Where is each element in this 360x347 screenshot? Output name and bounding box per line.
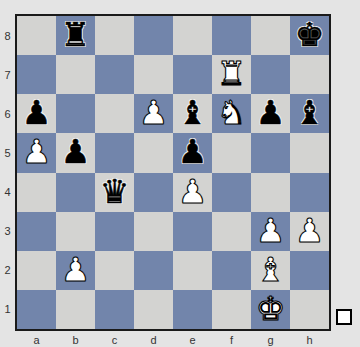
file-labels: abcdefgh <box>17 332 329 347</box>
file-label-e: e <box>173 332 212 347</box>
white-pawn-d6[interactable]: ♟ <box>139 96 169 129</box>
square-f4[interactable] <box>212 173 251 212</box>
file-label-g: g <box>251 332 290 347</box>
square-b2[interactable]: ♟ <box>56 251 95 290</box>
rank-labels: 87654321 <box>0 16 15 329</box>
square-f5[interactable] <box>212 133 251 172</box>
chess-board: ♜♚♜♟♟♝♞♟♝♟♟♟♛♟♟♟♟♝♚ <box>15 14 331 331</box>
white-pawn-h3[interactable]: ♟ <box>295 214 325 247</box>
square-h5[interactable] <box>290 133 329 172</box>
file-label-h: h <box>290 332 329 347</box>
black-pawn-e5[interactable]: ♟ <box>178 135 208 168</box>
square-g1[interactable]: ♚ <box>251 290 290 329</box>
white-pawn-e4[interactable]: ♟ <box>178 175 208 208</box>
square-a6[interactable]: ♟ <box>17 94 56 133</box>
square-b5[interactable]: ♟ <box>56 133 95 172</box>
rank-label-3: 3 <box>0 212 15 251</box>
file-label-f: f <box>212 332 251 347</box>
side-to-move-indicator <box>336 309 352 325</box>
square-b1[interactable] <box>56 290 95 329</box>
square-d8[interactable] <box>134 16 173 55</box>
square-e5[interactable]: ♟ <box>173 133 212 172</box>
square-b6[interactable] <box>56 94 95 133</box>
square-h4[interactable] <box>290 173 329 212</box>
white-bishop-g2[interactable]: ♝ <box>256 253 286 286</box>
black-queen-c4[interactable]: ♛ <box>100 175 130 208</box>
white-pawn-a5[interactable]: ♟ <box>22 135 52 168</box>
square-a1[interactable] <box>17 290 56 329</box>
square-h1[interactable] <box>290 290 329 329</box>
square-b8[interactable]: ♜ <box>56 16 95 55</box>
square-a2[interactable] <box>17 251 56 290</box>
rank-label-8: 8 <box>0 16 15 55</box>
square-c4[interactable]: ♛ <box>95 173 134 212</box>
rank-label-5: 5 <box>0 133 15 172</box>
file-label-d: d <box>134 332 173 347</box>
square-d2[interactable] <box>134 251 173 290</box>
square-d1[interactable] <box>134 290 173 329</box>
square-c8[interactable] <box>95 16 134 55</box>
black-rook-b8[interactable]: ♜ <box>61 18 91 51</box>
black-pawn-g6[interactable]: ♟ <box>256 96 286 129</box>
square-c2[interactable] <box>95 251 134 290</box>
black-pawn-a6[interactable]: ♟ <box>22 96 52 129</box>
square-e8[interactable] <box>173 16 212 55</box>
rank-label-7: 7 <box>0 55 15 94</box>
square-f1[interactable] <box>212 290 251 329</box>
square-c1[interactable] <box>95 290 134 329</box>
square-d6[interactable]: ♟ <box>134 94 173 133</box>
square-e3[interactable] <box>173 212 212 251</box>
square-g5[interactable] <box>251 133 290 172</box>
square-d7[interactable] <box>134 55 173 94</box>
white-king-g1[interactable]: ♚ <box>256 292 286 325</box>
square-h8[interactable]: ♚ <box>290 16 329 55</box>
square-f8[interactable] <box>212 16 251 55</box>
square-g8[interactable] <box>251 16 290 55</box>
square-c3[interactable] <box>95 212 134 251</box>
file-label-b: b <box>56 332 95 347</box>
white-knight-f6[interactable]: ♞ <box>217 96 247 129</box>
rank-label-2: 2 <box>0 251 15 290</box>
black-bishop-e6[interactable]: ♝ <box>178 96 208 129</box>
rank-label-6: 6 <box>0 94 15 133</box>
square-f3[interactable] <box>212 212 251 251</box>
black-bishop-h6[interactable]: ♝ <box>295 96 325 129</box>
square-g6[interactable]: ♟ <box>251 94 290 133</box>
square-b4[interactable] <box>56 173 95 212</box>
square-g2[interactable]: ♝ <box>251 251 290 290</box>
square-a7[interactable] <box>17 55 56 94</box>
rank-label-4: 4 <box>0 173 15 212</box>
square-f6[interactable]: ♞ <box>212 94 251 133</box>
square-e2[interactable] <box>173 251 212 290</box>
square-e7[interactable] <box>173 55 212 94</box>
file-label-a: a <box>17 332 56 347</box>
square-e4[interactable]: ♟ <box>173 173 212 212</box>
square-f7[interactable]: ♜ <box>212 55 251 94</box>
square-g7[interactable] <box>251 55 290 94</box>
square-f2[interactable] <box>212 251 251 290</box>
square-e1[interactable] <box>173 290 212 329</box>
white-rook-f7[interactable]: ♜ <box>217 57 247 90</box>
square-d4[interactable] <box>134 173 173 212</box>
file-label-c: c <box>95 332 134 347</box>
black-pawn-b5[interactable]: ♟ <box>61 135 91 168</box>
square-c6[interactable] <box>95 94 134 133</box>
square-a4[interactable] <box>17 173 56 212</box>
square-d5[interactable] <box>134 133 173 172</box>
rank-label-1: 1 <box>0 290 15 329</box>
black-king-h8[interactable]: ♚ <box>295 18 325 51</box>
square-h7[interactable] <box>290 55 329 94</box>
square-h6[interactable]: ♝ <box>290 94 329 133</box>
square-c7[interactable] <box>95 55 134 94</box>
square-c5[interactable] <box>95 133 134 172</box>
square-g3[interactable]: ♟ <box>251 212 290 251</box>
square-a5[interactable]: ♟ <box>17 133 56 172</box>
square-h2[interactable] <box>290 251 329 290</box>
white-pawn-b2[interactable]: ♟ <box>61 253 91 286</box>
square-b3[interactable] <box>56 212 95 251</box>
white-pawn-g3[interactable]: ♟ <box>256 214 286 247</box>
square-a8[interactable] <box>17 16 56 55</box>
square-g4[interactable] <box>251 173 290 212</box>
square-e6[interactable]: ♝ <box>173 94 212 133</box>
square-h3[interactable]: ♟ <box>290 212 329 251</box>
square-d3[interactable] <box>134 212 173 251</box>
square-b7[interactable] <box>56 55 95 94</box>
square-a3[interactable] <box>17 212 56 251</box>
